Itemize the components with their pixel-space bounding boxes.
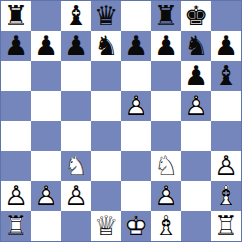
square-g1[interactable]	[181, 211, 211, 241]
black-pawn[interactable]: ♟	[31, 31, 61, 61]
square-e5[interactable]: ♟♙	[121, 91, 151, 121]
square-g2[interactable]	[181, 181, 211, 211]
black-rook-glyph: ♜	[1, 1, 31, 30]
square-f4[interactable]	[151, 121, 181, 151]
square-b6[interactable]	[31, 61, 61, 91]
white-pawn[interactable]: ♟♙	[181, 91, 211, 121]
white-pawn-outline: ♙	[31, 181, 61, 210]
square-h8[interactable]	[211, 1, 241, 31]
square-a2[interactable]: ♟♙	[1, 181, 31, 211]
square-f5[interactable]	[151, 91, 181, 121]
square-g4[interactable]	[181, 121, 211, 151]
chess-board-container: ♜♝♛♜♚♟♟♟♞♟♟♞♟♟♝♟♙♟♙♞♘♞♘♟♙♟♙♟♙♟♙♟♙♝♗♜♖♛♕♚…	[0, 0, 242, 242]
black-king-glyph: ♚	[181, 1, 211, 30]
black-pawn[interactable]: ♟	[121, 31, 151, 61]
white-pawn[interactable]: ♟♙	[121, 91, 151, 121]
white-king[interactable]: ♚♔	[121, 211, 151, 241]
square-f8[interactable]: ♜	[151, 1, 181, 31]
square-f3[interactable]: ♞♘	[151, 151, 181, 181]
square-g3[interactable]	[181, 151, 211, 181]
square-c6[interactable]	[61, 61, 91, 91]
white-pawn-outline: ♙	[121, 91, 151, 120]
black-pawn[interactable]: ♟	[211, 31, 241, 61]
square-d1[interactable]: ♛♕	[91, 211, 121, 241]
square-d2[interactable]	[91, 181, 121, 211]
square-a1[interactable]: ♜♖	[1, 211, 31, 241]
square-c3[interactable]: ♞♘	[61, 151, 91, 181]
square-h4[interactable]	[211, 121, 241, 151]
chess-board: ♜♝♛♜♚♟♟♟♞♟♟♞♟♟♝♟♙♟♙♞♘♞♘♟♙♟♙♟♙♟♙♟♙♝♗♜♖♛♕♚…	[0, 0, 242, 242]
white-bishop[interactable]: ♝♗	[151, 211, 181, 241]
black-pawn-glyph: ♟	[61, 31, 91, 60]
white-bishop[interactable]: ♝♗	[211, 181, 241, 211]
square-e3[interactable]	[121, 151, 151, 181]
white-rook[interactable]: ♜♖	[1, 211, 31, 241]
square-c2[interactable]: ♟♙	[61, 181, 91, 211]
black-knight[interactable]: ♞	[181, 31, 211, 61]
square-h5[interactable]	[211, 91, 241, 121]
square-f1[interactable]: ♝♗	[151, 211, 181, 241]
white-pawn-outline: ♙	[151, 181, 181, 210]
square-g6[interactable]: ♟	[181, 61, 211, 91]
black-pawn-glyph: ♟	[121, 31, 151, 60]
square-e4[interactable]	[121, 121, 151, 151]
square-g8[interactable]: ♚	[181, 1, 211, 31]
square-a8[interactable]: ♜	[1, 1, 31, 31]
square-g7[interactable]: ♞	[181, 31, 211, 61]
square-b5[interactable]	[31, 91, 61, 121]
black-rook[interactable]: ♜	[151, 1, 181, 31]
black-bishop-glyph: ♝	[211, 61, 241, 90]
square-b8[interactable]	[31, 1, 61, 31]
white-knight[interactable]: ♞♘	[61, 151, 91, 181]
white-rook[interactable]: ♜♖	[211, 211, 241, 241]
black-knight-glyph: ♞	[91, 31, 121, 60]
square-b7[interactable]: ♟	[31, 31, 61, 61]
black-bishop-glyph: ♝	[61, 1, 91, 30]
black-pawn-glyph: ♟	[1, 31, 31, 60]
square-c8[interactable]: ♝	[61, 1, 91, 31]
square-h7[interactable]: ♟	[211, 31, 241, 61]
square-f7[interactable]: ♟	[151, 31, 181, 61]
square-h6[interactable]: ♝	[211, 61, 241, 91]
black-king[interactable]: ♚	[181, 1, 211, 31]
square-e1[interactable]: ♚♔	[121, 211, 151, 241]
square-b1[interactable]	[31, 211, 61, 241]
white-knight-outline: ♘	[151, 151, 181, 180]
square-a4[interactable]	[1, 121, 31, 151]
black-pawn[interactable]: ♟	[1, 31, 31, 61]
white-pawn-outline: ♙	[181, 91, 211, 120]
white-rook-outline: ♖	[211, 211, 241, 240]
square-e8[interactable]	[121, 1, 151, 31]
white-pawn-outline: ♙	[61, 181, 91, 210]
white-queen[interactable]: ♛♕	[91, 211, 121, 241]
square-h1[interactable]: ♜♖	[211, 211, 241, 241]
white-pawn-outline: ♙	[211, 151, 241, 180]
square-c4[interactable]	[61, 121, 91, 151]
black-queen[interactable]: ♛	[91, 1, 121, 31]
square-g5[interactable]: ♟♙	[181, 91, 211, 121]
white-bishop-outline: ♗	[151, 211, 181, 240]
white-pawn[interactable]: ♟♙	[1, 181, 31, 211]
square-a5[interactable]	[1, 91, 31, 121]
square-d5[interactable]	[91, 91, 121, 121]
square-f6[interactable]	[151, 61, 181, 91]
square-d7[interactable]: ♞	[91, 31, 121, 61]
black-knight-glyph: ♞	[181, 31, 211, 60]
square-b3[interactable]	[31, 151, 61, 181]
square-d6[interactable]	[91, 61, 121, 91]
square-h3[interactable]: ♟♙	[211, 151, 241, 181]
square-d4[interactable]	[91, 121, 121, 151]
square-c5[interactable]	[61, 91, 91, 121]
white-pawn[interactable]: ♟♙	[31, 181, 61, 211]
black-pawn[interactable]: ♟	[181, 61, 211, 91]
square-a6[interactable]	[1, 61, 31, 91]
white-rook-outline: ♖	[1, 211, 31, 240]
white-pawn-outline: ♙	[1, 181, 31, 210]
black-rook-glyph: ♜	[151, 1, 181, 30]
black-bishop[interactable]: ♝	[61, 1, 91, 31]
square-b2[interactable]: ♟♙	[31, 181, 61, 211]
square-a7[interactable]: ♟	[1, 31, 31, 61]
square-h2[interactable]: ♝♗	[211, 181, 241, 211]
black-pawn-glyph: ♟	[31, 31, 61, 60]
white-pawn[interactable]: ♟♙	[151, 181, 181, 211]
black-pawn[interactable]: ♟	[151, 31, 181, 61]
black-pawn-glyph: ♟	[211, 31, 241, 60]
square-e7[interactable]: ♟	[121, 31, 151, 61]
square-c1[interactable]	[61, 211, 91, 241]
black-knight[interactable]: ♞	[91, 31, 121, 61]
white-knight[interactable]: ♞♘	[151, 151, 181, 181]
square-e2[interactable]	[121, 181, 151, 211]
black-pawn-glyph: ♟	[151, 31, 181, 60]
white-pawn[interactable]: ♟♙	[211, 151, 241, 181]
black-pawn[interactable]: ♟	[61, 31, 91, 61]
black-bishop[interactable]: ♝	[211, 61, 241, 91]
black-rook[interactable]: ♜	[1, 1, 31, 31]
white-king-outline: ♔	[121, 211, 151, 240]
square-b4[interactable]	[31, 121, 61, 151]
white-bishop-outline: ♗	[211, 181, 241, 210]
square-d8[interactable]: ♛	[91, 1, 121, 31]
black-queen-glyph: ♛	[91, 1, 121, 30]
square-c7[interactable]: ♟	[61, 31, 91, 61]
white-queen-outline: ♕	[91, 211, 121, 240]
square-a3[interactable]	[1, 151, 31, 181]
square-d3[interactable]	[91, 151, 121, 181]
square-e6[interactable]	[121, 61, 151, 91]
black-pawn-glyph: ♟	[181, 61, 211, 90]
square-f2[interactable]: ♟♙	[151, 181, 181, 211]
white-knight-outline: ♘	[61, 151, 91, 180]
white-pawn[interactable]: ♟♙	[61, 181, 91, 211]
